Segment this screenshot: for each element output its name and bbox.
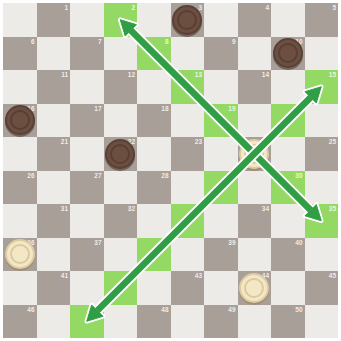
square-number: 8 — [165, 38, 169, 45]
square-number: 37 — [94, 239, 101, 246]
square-13[interactable]: 13 — [171, 70, 205, 104]
light-square — [37, 171, 71, 205]
square-number: 39 — [228, 239, 235, 246]
square-25[interactable]: 25 — [305, 137, 339, 171]
square-47[interactable]: 47 — [70, 305, 104, 339]
square-17[interactable]: 17 — [70, 104, 104, 138]
draughts-board: 1234567891011121314151617181920212223242… — [3, 3, 338, 338]
square-31[interactable]: 31 — [37, 204, 71, 238]
square-33[interactable]: 33 — [171, 204, 205, 238]
light-square — [171, 37, 205, 71]
light-square — [204, 137, 238, 171]
square-number: 2 — [131, 4, 135, 11]
square-number: 35 — [329, 205, 336, 212]
square-3[interactable]: 3 — [171, 3, 205, 37]
light-square — [238, 104, 272, 138]
square-18[interactable]: 18 — [137, 104, 171, 138]
square-23[interactable]: 23 — [171, 137, 205, 171]
square-41[interactable]: 41 — [37, 271, 71, 305]
light-square — [305, 171, 339, 205]
white-man[interactable] — [239, 273, 269, 303]
square-14[interactable]: 14 — [238, 70, 272, 104]
square-number: 15 — [329, 71, 336, 78]
square-22[interactable]: 22 — [104, 137, 138, 171]
light-square — [204, 271, 238, 305]
board-frame: 1234567891011121314151617181920212223242… — [0, 0, 341, 341]
square-number: 33 — [195, 205, 202, 212]
black-man[interactable] — [172, 5, 202, 35]
square-number: 29 — [228, 172, 235, 179]
square-number: 38 — [161, 239, 168, 246]
square-35[interactable]: 35 — [305, 204, 339, 238]
square-50[interactable]: 50 — [271, 305, 305, 339]
square-4[interactable]: 4 — [238, 3, 272, 37]
black-man[interactable] — [5, 105, 35, 135]
square-34[interactable]: 34 — [238, 204, 272, 238]
square-10[interactable]: 10 — [271, 37, 305, 71]
light-square — [305, 104, 339, 138]
square-7[interactable]: 7 — [70, 37, 104, 71]
light-square — [137, 137, 171, 171]
square-number: 41 — [61, 272, 68, 279]
square-40[interactable]: 40 — [271, 238, 305, 272]
light-square — [104, 37, 138, 71]
square-number: 34 — [262, 205, 269, 212]
square-number: 11 — [61, 71, 68, 78]
light-square — [271, 137, 305, 171]
square-number: 50 — [295, 306, 302, 313]
light-square — [204, 3, 238, 37]
square-number: 49 — [228, 306, 235, 313]
square-29[interactable]: 29 — [204, 171, 238, 205]
square-28[interactable]: 28 — [137, 171, 171, 205]
light-square — [37, 305, 71, 339]
light-square — [238, 171, 272, 205]
light-square — [271, 3, 305, 37]
square-number: 20 — [295, 105, 302, 112]
square-11[interactable]: 11 — [37, 70, 71, 104]
light-square — [171, 238, 205, 272]
light-square — [305, 305, 339, 339]
light-square — [238, 238, 272, 272]
light-square — [238, 37, 272, 71]
light-square — [171, 305, 205, 339]
square-8[interactable]: 8 — [137, 37, 171, 71]
square-number: 17 — [94, 105, 101, 112]
square-38[interactable]: 38 — [137, 238, 171, 272]
square-45[interactable]: 45 — [305, 271, 339, 305]
square-44[interactable]: 44 — [238, 271, 272, 305]
light-square — [271, 204, 305, 238]
square-number: 9 — [232, 38, 236, 45]
light-square — [204, 204, 238, 238]
square-number: 27 — [94, 172, 101, 179]
light-square — [137, 271, 171, 305]
white-man[interactable] — [5, 239, 35, 269]
square-12[interactable]: 12 — [104, 70, 138, 104]
light-square — [3, 271, 37, 305]
light-square — [171, 171, 205, 205]
light-square — [70, 3, 104, 37]
square-number: 43 — [195, 272, 202, 279]
light-square — [3, 70, 37, 104]
light-square — [238, 305, 272, 339]
light-square — [37, 104, 71, 138]
square-21[interactable]: 21 — [37, 137, 71, 171]
square-number: 31 — [61, 205, 68, 212]
square-number: 5 — [332, 4, 336, 11]
square-30[interactable]: 30 — [271, 171, 305, 205]
square-number: 48 — [161, 306, 168, 313]
square-43[interactable]: 43 — [171, 271, 205, 305]
square-9[interactable]: 9 — [204, 37, 238, 71]
light-square — [171, 104, 205, 138]
square-5[interactable]: 5 — [305, 3, 339, 37]
square-15[interactable]: 15 — [305, 70, 339, 104]
light-square — [104, 238, 138, 272]
square-number: 1 — [64, 4, 68, 11]
square-number: 7 — [98, 38, 102, 45]
light-square — [3, 137, 37, 171]
light-square — [70, 137, 104, 171]
square-1[interactable]: 1 — [37, 3, 71, 37]
square-number: 28 — [161, 172, 168, 179]
square-42[interactable]: 42 — [104, 271, 138, 305]
square-16[interactable]: 16 — [3, 104, 37, 138]
square-number: 47 — [94, 306, 101, 313]
light-square — [70, 271, 104, 305]
square-2[interactable]: 2 — [104, 3, 138, 37]
light-square — [70, 70, 104, 104]
square-number: 14 — [262, 71, 269, 78]
light-square — [305, 238, 339, 272]
square-number: 12 — [128, 71, 135, 78]
light-square — [104, 171, 138, 205]
square-39[interactable]: 39 — [204, 238, 238, 272]
light-square — [104, 104, 138, 138]
light-square — [3, 3, 37, 37]
square-46[interactable]: 46 — [3, 305, 37, 339]
square-37[interactable]: 37 — [70, 238, 104, 272]
square-number: 32 — [128, 205, 135, 212]
light-square — [37, 238, 71, 272]
light-square — [137, 204, 171, 238]
light-square — [271, 70, 305, 104]
black-man[interactable] — [105, 139, 135, 169]
square-49[interactable]: 49 — [204, 305, 238, 339]
light-square — [204, 70, 238, 104]
square-number: 26 — [27, 172, 34, 179]
square-number: 18 — [161, 105, 168, 112]
square-32[interactable]: 32 — [104, 204, 138, 238]
square-6[interactable]: 6 — [3, 37, 37, 71]
light-square — [137, 3, 171, 37]
square-number: 46 — [27, 306, 34, 313]
light-square — [3, 204, 37, 238]
square-number: 4 — [265, 4, 269, 11]
square-number: 13 — [195, 71, 202, 78]
square-27[interactable]: 27 — [70, 171, 104, 205]
square-36[interactable]: 36 — [3, 238, 37, 272]
square-number: 25 — [329, 138, 336, 145]
square-number: 40 — [295, 239, 302, 246]
square-24[interactable]: 24 — [238, 137, 272, 171]
light-square — [271, 271, 305, 305]
light-square — [305, 37, 339, 71]
square-number: 19 — [228, 105, 235, 112]
square-26[interactable]: 26 — [3, 171, 37, 205]
square-number: 21 — [61, 138, 68, 145]
square-number: 30 — [295, 172, 302, 179]
square-number: 23 — [195, 138, 202, 145]
light-square — [137, 70, 171, 104]
white-king[interactable] — [239, 139, 269, 169]
square-19[interactable]: 19 — [204, 104, 238, 138]
square-20[interactable]: 20 — [271, 104, 305, 138]
square-number: 42 — [128, 272, 135, 279]
square-number: 45 — [329, 272, 336, 279]
light-square — [70, 204, 104, 238]
black-man[interactable] — [273, 38, 303, 68]
square-48[interactable]: 48 — [137, 305, 171, 339]
square-number: 6 — [31, 38, 35, 45]
light-square — [37, 37, 71, 71]
light-square — [104, 305, 138, 339]
